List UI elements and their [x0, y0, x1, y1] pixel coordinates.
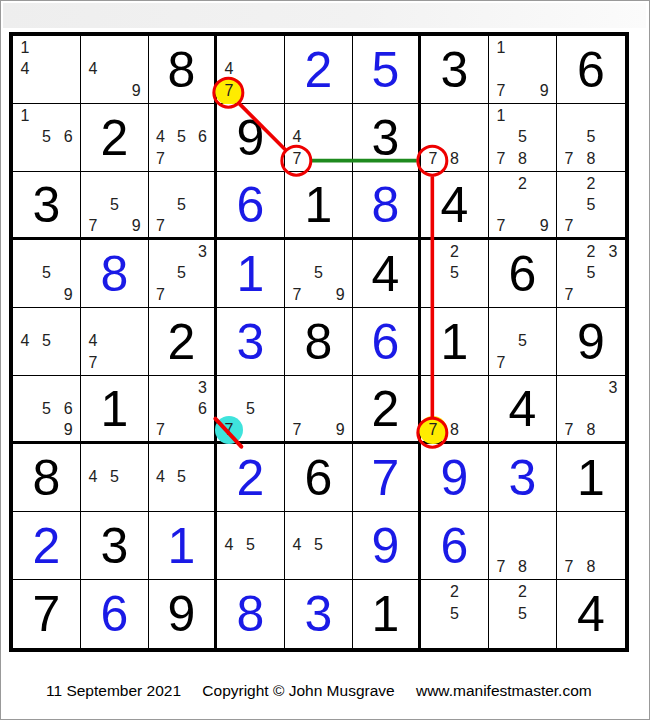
sudoku-board: 1449847253179615624567947378157857835795… — [9, 32, 629, 652]
given-digit: 9 — [217, 104, 284, 171]
candidate-digit-4[interactable]: 4 — [82, 331, 104, 353]
candidate-grid: 367 — [150, 377, 213, 440]
candidate-grid: 47 — [286, 105, 351, 170]
cell-r1c6[interactable]: 5 — [353, 36, 421, 104]
solved-digit: 1 — [149, 512, 214, 579]
candidate-digit-9[interactable]: 9 — [125, 80, 147, 102]
candidate-grid: 45 — [286, 513, 351, 578]
given-digit: 2 — [81, 104, 148, 171]
candidate-grid: 45 — [82, 445, 147, 510]
cell-r3c5[interactable]: 1 — [285, 172, 353, 240]
candidate-digit-4[interactable]: 4 — [82, 59, 104, 81]
cell-r5c2[interactable]: 47 — [81, 308, 149, 376]
cell-r5c7[interactable]: 1 — [421, 308, 489, 376]
candidate-digit-7[interactable]: 7 — [490, 148, 512, 170]
candidate-digit-1[interactable]: 1 — [14, 37, 36, 59]
given-digit: 4 — [557, 580, 625, 648]
candidate-digit-5[interactable]: 5 — [36, 331, 58, 353]
solved-digit: 9 — [421, 444, 488, 511]
candidate-grid: 47 — [218, 37, 283, 102]
cell-r3c8[interactable]: 279 — [489, 172, 557, 240]
cell-r3c2[interactable]: 579 — [81, 172, 149, 240]
candidate-digit-2[interactable]: 2 — [444, 241, 466, 263]
cell-r2c4[interactable]: 9 — [217, 104, 285, 172]
candidate-digit-5[interactable]: 5 — [240, 535, 262, 557]
candidate-digit-4[interactable]: 4 — [150, 127, 171, 149]
candidate-digit-3[interactable]: 3 — [192, 377, 213, 398]
cell-r6c9[interactable]: 378 — [557, 376, 625, 444]
candidate-grid: 578 — [558, 105, 624, 170]
candidate-digit-8[interactable]: 8 — [580, 419, 602, 440]
given-digit: 1 — [285, 172, 352, 237]
given-digit: 4 — [353, 240, 418, 307]
candidate-grid: 156 — [14, 105, 79, 170]
cell-r5c1[interactable]: 45 — [13, 308, 81, 376]
candidate-digit-7[interactable]: 7 — [82, 215, 104, 236]
candidate-digit-4[interactable]: 4 — [14, 59, 36, 81]
candidate-digit-5[interactable]: 5 — [36, 127, 58, 149]
candidate-digit-4[interactable]: 4 — [14, 331, 36, 353]
solved-digit: 8 — [353, 172, 418, 237]
candidate-digit-9[interactable]: 9 — [125, 215, 147, 236]
cell-r6c7[interactable]: 78 — [421, 376, 489, 444]
solved-digit: 2 — [13, 512, 80, 579]
candidate-digit-5[interactable]: 5 — [171, 467, 192, 489]
candidate-digit-2[interactable]: 2 — [444, 581, 466, 603]
cell-r5c9[interactable]: 9 — [557, 308, 625, 376]
candidate-digit-5[interactable]: 5 — [444, 603, 466, 625]
candidate-digit-8[interactable]: 8 — [580, 556, 602, 578]
candidate-digit-7[interactable]: 7 — [286, 284, 308, 306]
candidate-digit-7[interactable]: 7 — [150, 284, 171, 306]
cell-r8c6[interactable]: 9 — [353, 512, 421, 580]
candidate-digit-7[interactable]: 7 — [218, 80, 240, 102]
cell-r2c7[interactable]: 78 — [421, 104, 489, 172]
cell-r1c1[interactable]: 14 — [13, 36, 81, 104]
given-digit: 2 — [353, 376, 418, 441]
cell-r4c4[interactable]: 1 — [217, 240, 285, 308]
candidate-grid: 279 — [490, 173, 555, 236]
candidate-grid: 579 — [82, 173, 147, 236]
cell-r6c6[interactable]: 2 — [353, 376, 421, 444]
footer-copyright: Copyright © John Musgrave — [202, 682, 394, 699]
solved-digit: 3 — [285, 580, 352, 648]
footer: 11 September 2021 Copyright © John Musgr… — [46, 682, 592, 700]
solved-digit: 6 — [217, 172, 284, 237]
cell-r7c9[interactable]: 1 — [557, 444, 625, 512]
cell-r8c4[interactable]: 45 — [217, 512, 285, 580]
cell-r9c1[interactable]: 7 — [13, 580, 81, 648]
candidate-digit-7[interactable]: 7 — [490, 215, 512, 236]
cell-r4c1[interactable]: 59 — [13, 240, 81, 308]
candidate-digit-5[interactable]: 5 — [240, 398, 262, 419]
given-digit: 9 — [149, 580, 214, 648]
candidate-digit-6[interactable]: 6 — [57, 398, 79, 419]
given-digit: 4 — [421, 172, 488, 237]
candidate-digit-7[interactable]: 7 — [150, 419, 171, 440]
cell-r9c4[interactable]: 8 — [217, 580, 285, 648]
cell-r5c3[interactable]: 2 — [149, 308, 217, 376]
candidate-digit-2[interactable]: 2 — [580, 241, 602, 263]
given-digit: 8 — [285, 308, 352, 375]
candidate-digit-7[interactable]: 7 — [490, 556, 512, 578]
given-digit: 8 — [13, 444, 80, 511]
candidate-digit-4[interactable]: 4 — [82, 467, 104, 489]
cell-r7c3[interactable]: 45 — [149, 444, 217, 512]
candidate-digit-4[interactable]: 4 — [218, 535, 240, 557]
candidate-digit-5[interactable]: 5 — [104, 467, 126, 489]
cell-r1c7[interactable]: 3 — [421, 36, 489, 104]
candidate-digit-7[interactable]: 7 — [286, 419, 308, 440]
candidate-grid: 569 — [14, 377, 79, 440]
candidate-grid: 4567 — [150, 105, 213, 170]
candidate-digit-5[interactable]: 5 — [580, 127, 602, 149]
given-digit: 3 — [13, 172, 80, 237]
cell-r1c4[interactable]: 47 — [217, 36, 285, 104]
candidate-grid: 357 — [150, 241, 213, 306]
cell-r2c6[interactable]: 3 — [353, 104, 421, 172]
candidate-digit-8[interactable]: 8 — [512, 556, 534, 578]
cell-r9c9[interactable]: 4 — [557, 580, 625, 648]
cell-r1c9[interactable]: 6 — [557, 36, 625, 104]
cell-r8c9[interactable]: 78 — [557, 512, 625, 580]
candidate-digit-5[interactable]: 5 — [512, 603, 534, 625]
cell-r3c1[interactable]: 3 — [13, 172, 81, 240]
candidate-digit-5[interactable]: 5 — [171, 194, 192, 215]
footer-website[interactable]: www.manifestmaster.com — [416, 682, 592, 699]
candidate-digit-5[interactable]: 5 — [512, 331, 534, 353]
cell-r6c3[interactable]: 367 — [149, 376, 217, 444]
candidate-digit-7[interactable]: 7 — [490, 352, 512, 374]
given-digit: 7 — [13, 580, 80, 648]
candidate-grid: 2357 — [558, 241, 624, 306]
cell-r1c2[interactable]: 49 — [81, 36, 149, 104]
candidate-digit-8[interactable]: 8 — [444, 419, 466, 440]
candidate-grid: 57 — [150, 173, 213, 236]
candidate-grid: 579 — [286, 241, 351, 306]
cell-r8c7[interactable]: 6 — [421, 512, 489, 580]
solved-digit: 1 — [217, 240, 284, 307]
cell-r7c2[interactable]: 45 — [81, 444, 149, 512]
given-digit: 1 — [81, 376, 148, 441]
candidate-digit-7[interactable]: 7 — [558, 284, 580, 306]
candidate-digit-7[interactable]: 7 — [558, 419, 580, 440]
candidate-grid: 78 — [558, 513, 624, 578]
given-digit: 1 — [421, 308, 488, 375]
candidate-grid: 378 — [558, 377, 624, 440]
candidate-digit-5[interactable]: 5 — [580, 263, 602, 285]
candidate-digit-5[interactable]: 5 — [36, 398, 58, 419]
solved-digit: 7 — [353, 444, 418, 511]
candidate-digit-8[interactable]: 8 — [580, 148, 602, 170]
candidate-digit-1[interactable]: 1 — [14, 105, 36, 127]
cell-r6c2[interactable]: 1 — [81, 376, 149, 444]
candidate-digit-9[interactable]: 9 — [57, 284, 79, 306]
candidate-digit-7[interactable]: 7 — [218, 419, 240, 440]
cell-r7c5[interactable]: 6 — [285, 444, 353, 512]
solved-digit: 8 — [217, 580, 284, 648]
solved-digit: 8 — [81, 240, 148, 307]
given-digit: 1 — [353, 580, 418, 648]
candidate-grid: 45 — [150, 445, 213, 510]
candidate-digit-9[interactable]: 9 — [57, 419, 79, 440]
candidate-grid: 59 — [14, 241, 79, 306]
candidate-digit-7[interactable]: 7 — [150, 148, 171, 170]
given-digit: 9 — [557, 308, 625, 375]
cell-r5c4[interactable]: 3 — [217, 308, 285, 376]
given-digit: 4 — [489, 376, 556, 441]
candidate-digit-8[interactable]: 8 — [444, 148, 466, 170]
cell-r8c5[interactable]: 45 — [285, 512, 353, 580]
cell-r2c9[interactable]: 578 — [557, 104, 625, 172]
cell-r7c4[interactable]: 2 — [217, 444, 285, 512]
cell-r2c8[interactable]: 1578 — [489, 104, 557, 172]
cell-r6c1[interactable]: 569 — [13, 376, 81, 444]
candidate-grid: 47 — [82, 309, 147, 374]
candidate-grid: 257 — [558, 173, 624, 236]
solved-digit: 2 — [285, 36, 352, 103]
cell-r2c3[interactable]: 4567 — [149, 104, 217, 172]
cell-r8c3[interactable]: 1 — [149, 512, 217, 580]
cell-r5c6[interactable]: 6 — [353, 308, 421, 376]
cell-r8c8[interactable]: 78 — [489, 512, 557, 580]
footer-date: 11 September 2021 — [46, 682, 181, 699]
puzzle-page: 1449847253179615624567947378157857835795… — [0, 0, 650, 720]
candidate-grid: 78 — [422, 377, 487, 440]
candidate-digit-2[interactable]: 2 — [580, 173, 602, 194]
candidate-digit-7[interactable]: 7 — [490, 80, 512, 102]
given-digit: 3 — [421, 36, 488, 103]
cell-r5c5[interactable]: 8 — [285, 308, 353, 376]
candidate-digit-4[interactable]: 4 — [286, 127, 308, 149]
cell-r7c8[interactable]: 3 — [489, 444, 557, 512]
candidate-grid: 78 — [490, 513, 555, 578]
candidate-digit-5[interactable]: 5 — [512, 127, 534, 149]
cell-r9c7[interactable]: 25 — [421, 580, 489, 648]
candidate-grid: 25 — [422, 581, 487, 647]
candidate-digit-5[interactable]: 5 — [36, 263, 58, 285]
candidate-digit-7[interactable]: 7 — [286, 148, 308, 170]
cell-r4c9[interactable]: 2357 — [557, 240, 625, 308]
given-digit: 6 — [557, 36, 625, 103]
candidate-digit-9[interactable]: 9 — [533, 215, 555, 236]
candidate-digit-7[interactable]: 7 — [150, 215, 171, 236]
solved-digit: 3 — [217, 308, 284, 375]
cell-r5c8[interactable]: 57 — [489, 308, 557, 376]
cell-r4c2[interactable]: 8 — [81, 240, 149, 308]
cell-r9c8[interactable]: 25 — [489, 580, 557, 648]
cell-r3c9[interactable]: 257 — [557, 172, 625, 240]
cell-r1c3[interactable]: 8 — [149, 36, 217, 104]
solved-digit: 5 — [353, 36, 418, 103]
solved-digit: 6 — [421, 512, 488, 579]
cell-r7c6[interactable]: 7 — [353, 444, 421, 512]
given-digit: 6 — [285, 444, 352, 511]
candidate-grid: 14 — [14, 37, 79, 102]
candidate-digit-5[interactable]: 5 — [580, 194, 602, 215]
candidate-digit-3[interactable]: 3 — [602, 377, 624, 398]
candidate-digit-7[interactable]: 7 — [422, 419, 444, 440]
candidate-digit-6[interactable]: 6 — [192, 127, 213, 149]
candidate-digit-5[interactable]: 5 — [308, 535, 330, 557]
cell-r1c8[interactable]: 179 — [489, 36, 557, 104]
candidate-digit-7[interactable]: 7 — [82, 352, 104, 374]
candidate-digit-6[interactable]: 6 — [192, 398, 213, 419]
candidate-digit-5[interactable]: 5 — [444, 263, 466, 285]
cell-r9c2[interactable]: 6 — [81, 580, 149, 648]
window-top-strip — [3, 3, 646, 28]
candidate-grid: 79 — [286, 377, 351, 440]
candidate-digit-7[interactable]: 7 — [558, 556, 580, 578]
cell-r8c1[interactable]: 2 — [13, 512, 81, 580]
given-digit: 2 — [149, 308, 214, 375]
candidate-grid: 25 — [490, 581, 555, 647]
solved-digit: 9 — [353, 512, 418, 579]
cell-r4c3[interactable]: 357 — [149, 240, 217, 308]
cell-r7c7[interactable]: 9 — [421, 444, 489, 512]
candidate-digit-3[interactable]: 3 — [602, 241, 624, 263]
cell-r8c2[interactable]: 3 — [81, 512, 149, 580]
cell-r4c8[interactable]: 6 — [489, 240, 557, 308]
candidate-digit-6[interactable]: 6 — [57, 127, 79, 149]
cell-r6c4[interactable]: 57 — [217, 376, 285, 444]
solved-digit: 6 — [353, 308, 418, 375]
candidate-digit-2[interactable]: 2 — [512, 173, 534, 194]
candidate-digit-9[interactable]: 9 — [329, 419, 351, 440]
given-digit: 3 — [81, 512, 148, 579]
cell-r9c6[interactable]: 1 — [353, 580, 421, 648]
candidate-grid: 45 — [14, 309, 79, 374]
candidate-digit-7[interactable]: 7 — [422, 148, 444, 170]
cell-r1c5[interactable]: 2 — [285, 36, 353, 104]
candidate-digit-4[interactable]: 4 — [286, 535, 308, 557]
cell-r3c7[interactable]: 4 — [421, 172, 489, 240]
candidate-digit-2[interactable]: 2 — [512, 581, 534, 603]
candidate-digit-7[interactable]: 7 — [558, 148, 580, 170]
candidate-digit-1[interactable]: 1 — [490, 105, 512, 127]
cell-r6c5[interactable]: 79 — [285, 376, 353, 444]
solved-digit: 6 — [81, 580, 148, 648]
cell-r4c5[interactable]: 579 — [285, 240, 353, 308]
solved-digit: 2 — [217, 444, 284, 511]
candidate-grid: 57 — [490, 309, 555, 374]
candidate-digit-5[interactable]: 5 — [308, 263, 330, 285]
candidate-digit-4[interactable]: 4 — [150, 467, 171, 489]
cell-r4c6[interactable]: 4 — [353, 240, 421, 308]
candidate-grid: 57 — [218, 377, 283, 440]
cell-r3c4[interactable]: 6 — [217, 172, 285, 240]
solved-digit: 3 — [489, 444, 556, 511]
candidate-grid: 49 — [82, 37, 147, 102]
candidate-grid: 179 — [490, 37, 555, 102]
given-digit: 3 — [353, 104, 418, 171]
candidate-digit-3[interactable]: 3 — [192, 241, 213, 263]
candidate-digit-9[interactable]: 9 — [533, 80, 555, 102]
candidate-digit-8[interactable]: 8 — [512, 148, 534, 170]
given-digit: 8 — [149, 36, 214, 103]
candidate-digit-1[interactable]: 1 — [490, 37, 512, 59]
candidate-digit-9[interactable]: 9 — [329, 284, 351, 306]
candidate-grid: 78 — [422, 105, 487, 170]
cell-r6c8[interactable]: 4 — [489, 376, 557, 444]
given-digit: 6 — [489, 240, 556, 307]
candidate-digit-5[interactable]: 5 — [104, 194, 126, 215]
candidate-digit-7[interactable]: 7 — [558, 215, 580, 236]
cell-r3c3[interactable]: 57 — [149, 172, 217, 240]
cell-r4c7[interactable]: 25 — [421, 240, 489, 308]
candidate-grid: 1578 — [490, 105, 555, 170]
candidate-grid: 25 — [422, 241, 487, 306]
cell-r9c3[interactable]: 9 — [149, 580, 217, 648]
cell-r2c5[interactable]: 47 — [285, 104, 353, 172]
given-digit: 1 — [557, 444, 625, 511]
candidate-digit-5[interactable]: 5 — [171, 263, 192, 285]
candidate-digit-5[interactable]: 5 — [171, 127, 192, 149]
cell-r2c1[interactable]: 156 — [13, 104, 81, 172]
candidate-grid: 45 — [218, 513, 283, 578]
cell-r7c1[interactable]: 8 — [13, 444, 81, 512]
cell-r9c5[interactable]: 3 — [285, 580, 353, 648]
cell-r3c6[interactable]: 8 — [353, 172, 421, 240]
cell-r2c2[interactable]: 2 — [81, 104, 149, 172]
